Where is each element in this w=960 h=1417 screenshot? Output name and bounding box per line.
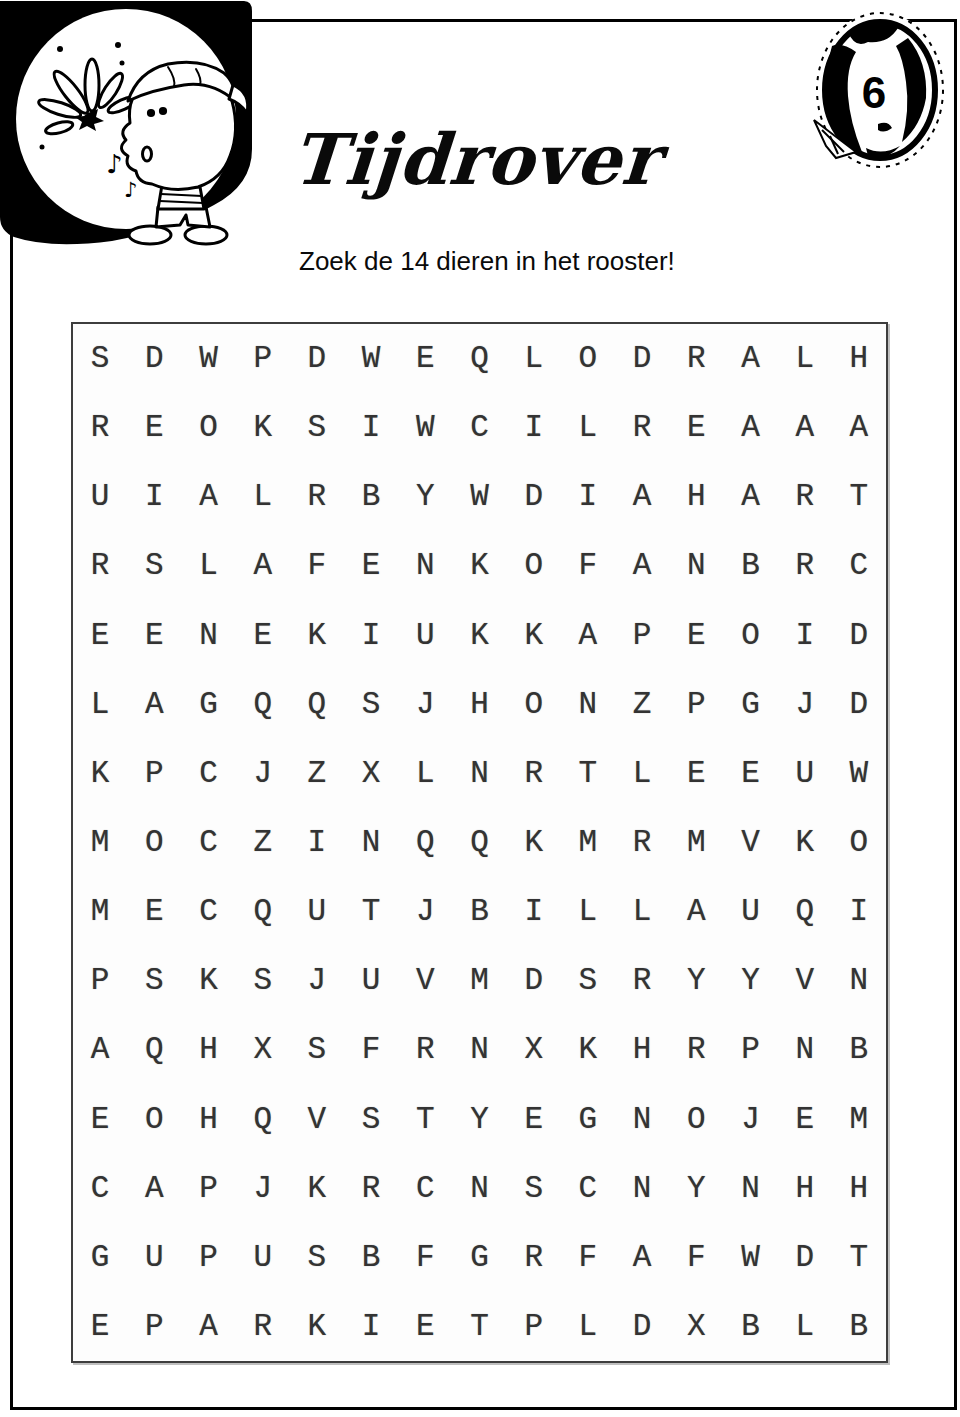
- grid-cell: E: [398, 324, 452, 393]
- grid-cell: L: [236, 462, 290, 531]
- grid-cell: I: [127, 462, 181, 531]
- grid-cell: I: [561, 462, 615, 531]
- grid-cell: L: [73, 670, 127, 739]
- grid-cell: I: [507, 393, 561, 462]
- grid-cell: H: [452, 670, 506, 739]
- grid-cell: D: [778, 1223, 832, 1292]
- grid-cell: R: [73, 393, 127, 462]
- grid-cell: K: [507, 808, 561, 877]
- grid-cell: W: [452, 462, 506, 531]
- grid-cell: K: [507, 601, 561, 670]
- grid-cell: P: [127, 1292, 181, 1361]
- grid-cell: H: [669, 462, 723, 531]
- grid-cell: A: [236, 531, 290, 600]
- grid-cell: E: [398, 1292, 452, 1361]
- grid-cell: A: [561, 601, 615, 670]
- grid-cell: U: [127, 1223, 181, 1292]
- grid-cell: L: [561, 1292, 615, 1361]
- grid-cell: M: [561, 808, 615, 877]
- grid-cell: V: [778, 946, 832, 1015]
- grid-cell: R: [236, 1292, 290, 1361]
- grid-cell: N: [615, 1154, 669, 1223]
- grid-cell: U: [723, 877, 777, 946]
- grid-cell: E: [236, 601, 290, 670]
- grid-cell: X: [507, 1015, 561, 1084]
- grid-cell: W: [832, 739, 886, 808]
- grid-cell: O: [507, 531, 561, 600]
- grid-cell: K: [290, 1292, 344, 1361]
- grid-cell: Y: [669, 1154, 723, 1223]
- grid-cell: B: [344, 1223, 398, 1292]
- grid-cell: E: [127, 393, 181, 462]
- grid-cell: D: [127, 324, 181, 393]
- grid-cell: J: [398, 877, 452, 946]
- grid-cell: Q: [290, 670, 344, 739]
- grid-cell: K: [561, 1015, 615, 1084]
- grid-cell: W: [181, 324, 235, 393]
- grid-cell: O: [669, 1084, 723, 1153]
- svg-text:♪: ♪: [106, 149, 123, 179]
- grid-cell: L: [615, 739, 669, 808]
- grid-cell: W: [344, 324, 398, 393]
- grid-cell: E: [127, 601, 181, 670]
- grid-cell: A: [615, 531, 669, 600]
- grid-cell: E: [127, 877, 181, 946]
- grid-cell: R: [778, 462, 832, 531]
- grid-cell: W: [723, 1223, 777, 1292]
- grid-cell: D: [832, 670, 886, 739]
- grid-cell: J: [723, 1084, 777, 1153]
- grid-cell: S: [73, 324, 127, 393]
- grid-cell: T: [561, 739, 615, 808]
- page-number: 6: [862, 68, 886, 117]
- grid-cell: G: [73, 1223, 127, 1292]
- grid-cell: R: [669, 1015, 723, 1084]
- grid-cell: U: [73, 462, 127, 531]
- grid-cell: A: [127, 1154, 181, 1223]
- grid-cell: Z: [615, 670, 669, 739]
- scanned-puzzle-page: { "page": { "number": "6", "bg_color": "…: [0, 0, 960, 1417]
- grid-cell: E: [507, 1084, 561, 1153]
- grid-cell: E: [344, 531, 398, 600]
- grid-cell: I: [290, 808, 344, 877]
- grid-cell: Q: [778, 877, 832, 946]
- grid-cell: F: [344, 1015, 398, 1084]
- grid-cell: N: [181, 601, 235, 670]
- grid-cell: R: [507, 739, 561, 808]
- grid-cell: F: [669, 1223, 723, 1292]
- grid-cell: P: [73, 946, 127, 1015]
- grid-cell: L: [615, 877, 669, 946]
- grid-cell: C: [398, 1154, 452, 1223]
- grid-cell: Q: [127, 1015, 181, 1084]
- grid-cell: M: [452, 946, 506, 1015]
- grid-cell: A: [723, 462, 777, 531]
- grid-cell: S: [236, 946, 290, 1015]
- grid-cell: R: [507, 1223, 561, 1292]
- grid-cell: C: [181, 739, 235, 808]
- grid-cell: X: [236, 1015, 290, 1084]
- grid-cell: R: [73, 531, 127, 600]
- grid-cell: N: [452, 1154, 506, 1223]
- grid-cell: L: [561, 393, 615, 462]
- grid-cell: I: [344, 1292, 398, 1361]
- grid-cell: B: [832, 1015, 886, 1084]
- grid-cell: H: [832, 1154, 886, 1223]
- grid-cell: R: [615, 393, 669, 462]
- grid-cell: E: [778, 1084, 832, 1153]
- grid-cell: R: [344, 1154, 398, 1223]
- grid-cell: O: [507, 670, 561, 739]
- grid-cell: D: [507, 946, 561, 1015]
- grid-cell: D: [615, 324, 669, 393]
- grid-cell: G: [181, 670, 235, 739]
- grid-cell: D: [290, 324, 344, 393]
- word-search-grid: SDWPDWEQLODRALHREOKSIWCILREAAAUIALRBYWDI…: [71, 322, 888, 1363]
- grid-cell: S: [344, 670, 398, 739]
- grid-cell: R: [398, 1015, 452, 1084]
- grid-cell: G: [723, 670, 777, 739]
- grid-cell: A: [669, 877, 723, 946]
- grid-cell: N: [398, 531, 452, 600]
- grid-cell: E: [73, 601, 127, 670]
- svg-text:♪: ♪: [124, 178, 137, 202]
- grid-cell: D: [832, 601, 886, 670]
- grid-cell: T: [832, 1223, 886, 1292]
- grid-cell: V: [398, 946, 452, 1015]
- grid-cell: A: [723, 324, 777, 393]
- grid-cell: J: [290, 946, 344, 1015]
- grid-cell: E: [669, 739, 723, 808]
- grid-cell: N: [344, 808, 398, 877]
- grid-cell: P: [723, 1015, 777, 1084]
- grid-cell: F: [561, 531, 615, 600]
- grid-cell: V: [290, 1084, 344, 1153]
- grid-cell: P: [615, 601, 669, 670]
- grid-cell: X: [344, 739, 398, 808]
- grid-cell: I: [778, 601, 832, 670]
- grid-cell: Q: [452, 324, 506, 393]
- grid-cell: S: [290, 393, 344, 462]
- grid-cell: S: [344, 1084, 398, 1153]
- grid-cell: J: [236, 1154, 290, 1223]
- grid-cell: U: [236, 1223, 290, 1292]
- grid-cell: R: [615, 946, 669, 1015]
- grid-cell: K: [73, 739, 127, 808]
- grid-cell: J: [778, 670, 832, 739]
- grid-cell: N: [452, 1015, 506, 1084]
- grid-cell: G: [561, 1084, 615, 1153]
- grid-cell: F: [561, 1223, 615, 1292]
- grid-cell: A: [778, 393, 832, 462]
- grid-cell: U: [778, 739, 832, 808]
- grid-cell: T: [344, 877, 398, 946]
- grid-cell: L: [561, 877, 615, 946]
- grid-cell: A: [73, 1015, 127, 1084]
- grid-cell: N: [452, 739, 506, 808]
- grid-cell: F: [290, 531, 344, 600]
- grid-cell: A: [181, 462, 235, 531]
- grid-cell: S: [127, 946, 181, 1015]
- grid-cell: O: [127, 1084, 181, 1153]
- grid-cell: T: [832, 462, 886, 531]
- page-title: Tijdrover: [289, 118, 662, 201]
- grid-cell: P: [507, 1292, 561, 1361]
- grid-cell: J: [398, 670, 452, 739]
- grid-cell: R: [615, 808, 669, 877]
- grid-cell: B: [452, 877, 506, 946]
- grid-cell: L: [398, 739, 452, 808]
- grid-cell: L: [778, 324, 832, 393]
- grid-cell: Q: [398, 808, 452, 877]
- grid-cell: A: [832, 393, 886, 462]
- grid-cell: I: [507, 877, 561, 946]
- grid-cell: Y: [452, 1084, 506, 1153]
- grid-cell: T: [452, 1292, 506, 1361]
- grid-cell: C: [73, 1154, 127, 1223]
- grid-cell: K: [290, 601, 344, 670]
- grid-cell: S: [561, 946, 615, 1015]
- grid-cell: Q: [236, 670, 290, 739]
- grid-cell: K: [778, 808, 832, 877]
- grid-cell: M: [73, 877, 127, 946]
- grid-cell: C: [181, 808, 235, 877]
- puzzle-instruction: Zoek de 14 dieren in het rooster!: [299, 246, 675, 277]
- grid-cell: R: [669, 324, 723, 393]
- grid-cell: C: [452, 393, 506, 462]
- grid-cell: O: [561, 324, 615, 393]
- grid-cell: B: [723, 1292, 777, 1361]
- grid-cell: L: [181, 531, 235, 600]
- grid-cell: A: [723, 393, 777, 462]
- grid-cell: S: [290, 1015, 344, 1084]
- grid-cell: I: [344, 393, 398, 462]
- grid-cell: H: [778, 1154, 832, 1223]
- grid-cell: A: [615, 462, 669, 531]
- globe-icon: 6: [808, 4, 952, 178]
- grid-cell: N: [832, 946, 886, 1015]
- grid-cell: P: [181, 1154, 235, 1223]
- grid-cell: N: [723, 1154, 777, 1223]
- grid-cell: D: [615, 1292, 669, 1361]
- grid-cell: C: [832, 531, 886, 600]
- grid-cell: R: [778, 531, 832, 600]
- grid-cell: L: [778, 1292, 832, 1361]
- grid-cell: Y: [723, 946, 777, 1015]
- grid-cell: Q: [236, 1084, 290, 1153]
- grid-cell: G: [452, 1223, 506, 1292]
- grid-cell: S: [290, 1223, 344, 1292]
- grid-cell: J: [236, 739, 290, 808]
- grid-cell: P: [127, 739, 181, 808]
- grid-cell: N: [778, 1015, 832, 1084]
- grid-cell: N: [561, 670, 615, 739]
- grid-cell: N: [615, 1084, 669, 1153]
- grid-cell: E: [669, 601, 723, 670]
- grid-cell: U: [290, 877, 344, 946]
- grid-cell: I: [344, 601, 398, 670]
- grid-cell: P: [181, 1223, 235, 1292]
- grid-cell: E: [73, 1084, 127, 1153]
- grid-cell: K: [181, 946, 235, 1015]
- grid-cell: K: [236, 393, 290, 462]
- grid-cell: O: [723, 601, 777, 670]
- grid-cell: H: [832, 324, 886, 393]
- grid-cell: W: [398, 393, 452, 462]
- grid-cell: O: [181, 393, 235, 462]
- grid-cell: A: [181, 1292, 235, 1361]
- grid-cell: M: [832, 1084, 886, 1153]
- grid-cell: K: [290, 1154, 344, 1223]
- grid-cell: C: [181, 877, 235, 946]
- grid-cell: A: [615, 1223, 669, 1292]
- cartoon-kid-illustration: ♪ ♪: [0, 0, 256, 252]
- grid-cell: V: [723, 808, 777, 877]
- grid-cell: E: [723, 739, 777, 808]
- grid-cell: E: [669, 393, 723, 462]
- grid-cell: Y: [669, 946, 723, 1015]
- grid-cell: Y: [398, 462, 452, 531]
- grid-cell: D: [507, 462, 561, 531]
- grid-cell: Q: [236, 877, 290, 946]
- grid-cell: N: [669, 531, 723, 600]
- grid-cell: F: [398, 1223, 452, 1292]
- grid-cell: S: [127, 531, 181, 600]
- grid-cell: I: [832, 877, 886, 946]
- grid-cell: H: [181, 1015, 235, 1084]
- grid-cell: A: [127, 670, 181, 739]
- grid-cell: Q: [452, 808, 506, 877]
- grid-cell: K: [452, 601, 506, 670]
- grid-cell: Z: [236, 808, 290, 877]
- grid-cell: B: [832, 1292, 886, 1361]
- grid-cell: U: [398, 601, 452, 670]
- grid-cell: B: [723, 531, 777, 600]
- grid-cell: P: [669, 670, 723, 739]
- grid-cell: U: [344, 946, 398, 1015]
- grid-cell: L: [507, 324, 561, 393]
- grid-cell: B: [344, 462, 398, 531]
- grid-cell: P: [236, 324, 290, 393]
- grid-cell: M: [669, 808, 723, 877]
- grid-cell: S: [507, 1154, 561, 1223]
- grid-cell: E: [73, 1292, 127, 1361]
- grid-cell: H: [181, 1084, 235, 1153]
- grid-cell: T: [398, 1084, 452, 1153]
- grid-cell: O: [127, 808, 181, 877]
- grid-cell: X: [669, 1292, 723, 1361]
- grid-cell: C: [561, 1154, 615, 1223]
- grid-cell: H: [615, 1015, 669, 1084]
- grid-cell: K: [452, 531, 506, 600]
- grid-cell: Z: [290, 739, 344, 808]
- grid-cell: R: [290, 462, 344, 531]
- grid-cell: M: [73, 808, 127, 877]
- grid-cell: O: [832, 808, 886, 877]
